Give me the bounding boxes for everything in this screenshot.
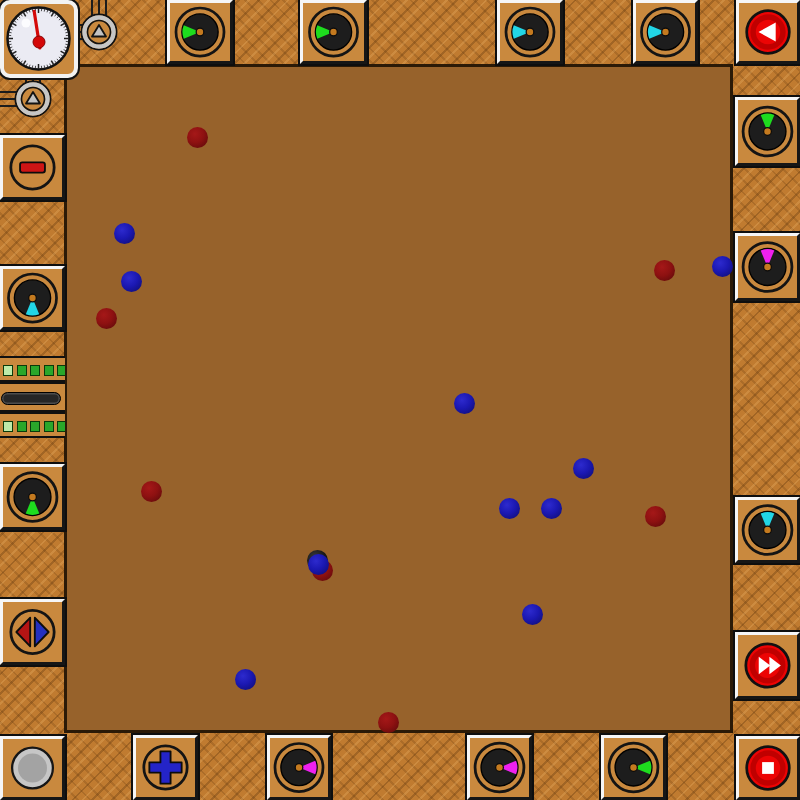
led-indicator bbox=[57, 365, 65, 376]
button-add[interactable] bbox=[133, 735, 198, 800]
ball-blue[interactable] bbox=[114, 223, 135, 244]
ball-blue[interactable] bbox=[499, 498, 520, 519]
dial-hub bbox=[662, 28, 670, 36]
dial-hub bbox=[29, 493, 37, 501]
slider-handle[interactable] bbox=[1, 392, 61, 405]
dial-hub bbox=[29, 294, 37, 302]
dial-bottom-1[interactable] bbox=[267, 735, 331, 800]
ball-blue[interactable] bbox=[235, 669, 256, 690]
dial-bottom-2[interactable] bbox=[467, 735, 532, 800]
led-strip-2 bbox=[0, 412, 65, 438]
ball-red[interactable] bbox=[141, 481, 162, 502]
dial-hub bbox=[196, 28, 204, 36]
button-direction[interactable] bbox=[0, 599, 65, 665]
led-indicator bbox=[17, 421, 27, 432]
button-gray[interactable] bbox=[0, 736, 65, 800]
dial-hub bbox=[764, 263, 772, 271]
dial-hub bbox=[330, 28, 338, 36]
led-indicator bbox=[44, 421, 54, 432]
led-indicator bbox=[17, 365, 27, 376]
dial-top-3[interactable] bbox=[497, 0, 563, 64]
pressure-gauge bbox=[0, 0, 78, 78]
stop-icon bbox=[762, 762, 774, 774]
led-indicator bbox=[3, 365, 13, 376]
dial-left-2[interactable] bbox=[0, 464, 65, 530]
led-indicator bbox=[57, 421, 65, 432]
dial-hub bbox=[295, 764, 303, 772]
ball-blue[interactable] bbox=[121, 271, 142, 292]
led-indicator bbox=[44, 365, 54, 376]
dial-bottom-3[interactable] bbox=[601, 735, 666, 800]
led-strip-1 bbox=[0, 356, 65, 382]
button-back[interactable] bbox=[736, 0, 800, 64]
button-stop[interactable] bbox=[736, 736, 800, 800]
minus-icon bbox=[20, 162, 45, 172]
dial-hub bbox=[764, 128, 772, 136]
button-remove[interactable] bbox=[0, 135, 65, 200]
slider-track bbox=[0, 382, 65, 412]
dial-right-2[interactable] bbox=[735, 233, 800, 301]
dial-hub bbox=[526, 28, 534, 36]
valve-top[interactable] bbox=[77, 10, 121, 54]
ball-blue[interactable] bbox=[541, 498, 562, 519]
dial-top-1[interactable] bbox=[167, 0, 233, 64]
arena-board[interactable] bbox=[64, 64, 733, 733]
valve-left[interactable] bbox=[11, 77, 55, 121]
control-panel-frame bbox=[0, 0, 800, 800]
ball-blue[interactable] bbox=[522, 604, 543, 625]
ball-red[interactable] bbox=[645, 506, 666, 527]
ball-blue[interactable] bbox=[712, 256, 733, 277]
ball-red[interactable] bbox=[378, 712, 399, 733]
ball-red[interactable] bbox=[654, 260, 675, 281]
dial-top-4[interactable] bbox=[633, 0, 698, 64]
dial-right-1[interactable] bbox=[735, 97, 800, 166]
ball-red[interactable] bbox=[187, 127, 208, 148]
dial-hub bbox=[496, 764, 504, 772]
ball-blue[interactable] bbox=[454, 393, 475, 414]
button-fast-forward[interactable] bbox=[735, 632, 800, 699]
led-indicator bbox=[3, 421, 13, 432]
dial-hub bbox=[764, 526, 772, 534]
led-indicator bbox=[30, 365, 40, 376]
dial-right-3[interactable] bbox=[735, 497, 800, 563]
dial-top-2[interactable] bbox=[300, 0, 367, 64]
ball-blue[interactable] bbox=[573, 458, 594, 479]
ball-red[interactable] bbox=[96, 308, 117, 329]
dial-hub bbox=[630, 764, 638, 772]
led-indicator bbox=[30, 421, 40, 432]
dial-left-1[interactable] bbox=[0, 266, 65, 330]
gauge-hub bbox=[33, 36, 45, 48]
ball-blue[interactable] bbox=[308, 554, 329, 575]
